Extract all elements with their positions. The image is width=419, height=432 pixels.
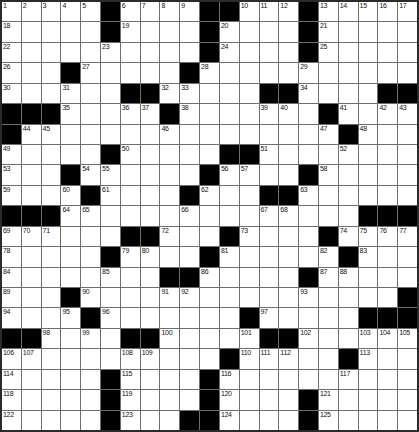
white-cell-r11c9[interactable] <box>160 206 179 225</box>
white-cell-r16c9[interactable] <box>160 308 179 327</box>
white-cell-r2c9[interactable] <box>160 22 179 41</box>
white-cell-r13c14[interactable] <box>260 247 279 266</box>
white-cell-r15c10[interactable]: 92 <box>180 288 199 307</box>
white-cell-r9c13[interactable]: 57 <box>240 165 259 184</box>
white-cell-r4c15[interactable] <box>279 63 298 82</box>
white-cell-r15c9[interactable]: 91 <box>160 288 179 307</box>
white-cell-r19c13[interactable] <box>240 370 259 389</box>
white-cell-r19c3[interactable] <box>42 370 61 389</box>
white-cell-r18c17[interactable] <box>319 349 338 368</box>
white-cell-r19c19[interactable] <box>359 370 378 389</box>
white-cell-r4c8[interactable] <box>141 63 160 82</box>
white-cell-r9c20[interactable] <box>378 165 397 184</box>
white-cell-r3c10[interactable] <box>180 43 199 62</box>
white-cell-r2c14[interactable] <box>260 22 279 41</box>
white-cell-r7c15[interactable] <box>279 125 298 144</box>
white-cell-r5c3[interactable] <box>42 84 61 103</box>
white-cell-r20c9[interactable] <box>160 390 179 409</box>
white-cell-r3c18[interactable] <box>339 43 358 62</box>
white-cell-r20c4[interactable] <box>61 390 80 409</box>
white-cell-r5c2[interactable] <box>22 84 41 103</box>
white-cell-r13c21[interactable] <box>398 247 417 266</box>
white-cell-r18c5[interactable] <box>81 349 100 368</box>
white-cell-r18c21[interactable] <box>398 349 417 368</box>
white-cell-r10c7[interactable] <box>121 186 140 205</box>
white-cell-r16c11[interactable] <box>200 308 219 327</box>
white-cell-r10c21[interactable] <box>398 186 417 205</box>
white-cell-r13c7[interactable]: 79 <box>121 247 140 266</box>
white-cell-r8c19[interactable] <box>359 145 378 164</box>
white-cell-r2c17[interactable]: 21 <box>319 22 338 41</box>
white-cell-r4c1[interactable]: 26 <box>2 63 21 82</box>
white-cell-r8c11[interactable] <box>200 145 219 164</box>
white-cell-r2c19[interactable] <box>359 22 378 41</box>
white-cell-r20c15[interactable] <box>279 390 298 409</box>
white-cell-r9c18[interactable] <box>339 165 358 184</box>
white-cell-r13c9[interactable] <box>160 247 179 266</box>
white-cell-r8c20[interactable] <box>378 145 397 164</box>
white-cell-r1c3[interactable]: 3 <box>42 2 61 21</box>
white-cell-r16c10[interactable] <box>180 308 199 327</box>
white-cell-r1c8[interactable]: 7 <box>141 2 160 21</box>
white-cell-r16c2[interactable] <box>22 308 41 327</box>
white-cell-r12c15[interactable] <box>279 227 298 246</box>
white-cell-r10c18[interactable] <box>339 186 358 205</box>
white-cell-r5c4[interactable]: 31 <box>61 84 80 103</box>
white-cell-r20c10[interactable] <box>180 390 199 409</box>
white-cell-r4c7[interactable] <box>121 63 140 82</box>
white-cell-r1c4[interactable]: 4 <box>61 2 80 21</box>
white-cell-r20c2[interactable] <box>22 390 41 409</box>
white-cell-r9c7[interactable] <box>121 165 140 184</box>
white-cell-r13c15[interactable] <box>279 247 298 266</box>
white-cell-r15c7[interactable] <box>121 288 140 307</box>
white-cell-r4c11[interactable]: 28 <box>200 63 219 82</box>
white-cell-r3c21[interactable] <box>398 43 417 62</box>
white-cell-r6c8[interactable]: 37 <box>141 104 160 123</box>
white-cell-r17c21[interactable]: 105 <box>398 329 417 348</box>
white-cell-r15c5[interactable]: 90 <box>81 288 100 307</box>
white-cell-r19c2[interactable] <box>22 370 41 389</box>
white-cell-r2c13[interactable] <box>240 22 259 41</box>
white-cell-r16c4[interactable]: 95 <box>61 308 80 327</box>
white-cell-r12c3[interactable]: 71 <box>42 227 61 246</box>
white-cell-r2c20[interactable] <box>378 22 397 41</box>
white-cell-r1c10[interactable]: 9 <box>180 2 199 21</box>
white-cell-r1c14[interactable]: 11 <box>260 2 279 21</box>
white-cell-r1c5[interactable]: 5 <box>81 2 100 21</box>
white-cell-r17c19[interactable]: 103 <box>359 329 378 348</box>
white-cell-r20c12[interactable]: 120 <box>220 390 239 409</box>
white-cell-r14c2[interactable] <box>22 268 41 287</box>
white-cell-r1c2[interactable]: 2 <box>22 2 41 21</box>
white-cell-r21c2[interactable] <box>22 411 41 430</box>
white-cell-r1c9[interactable]: 8 <box>160 2 179 21</box>
white-cell-r14c5[interactable] <box>81 268 100 287</box>
white-cell-r15c3[interactable] <box>42 288 61 307</box>
white-cell-r17c13[interactable]: 101 <box>240 329 259 348</box>
white-cell-r13c2[interactable] <box>22 247 41 266</box>
white-cell-r21c9[interactable] <box>160 411 179 430</box>
white-cell-r20c13[interactable] <box>240 390 259 409</box>
white-cell-r17c20[interactable]: 104 <box>378 329 397 348</box>
white-cell-r14c19[interactable] <box>359 268 378 287</box>
white-cell-r21c19[interactable] <box>359 411 378 430</box>
white-cell-r21c1[interactable]: 122 <box>2 411 21 430</box>
white-cell-r7c2[interactable]: 44 <box>22 125 41 144</box>
white-cell-r13c19[interactable]: 83 <box>359 247 378 266</box>
white-cell-r12c20[interactable]: 76 <box>378 227 397 246</box>
white-cell-r20c21[interactable] <box>398 390 417 409</box>
white-cell-r12c9[interactable]: 72 <box>160 227 179 246</box>
white-cell-r18c9[interactable] <box>160 349 179 368</box>
white-cell-r5c9[interactable]: 32 <box>160 84 179 103</box>
white-cell-r17c4[interactable] <box>61 329 80 348</box>
white-cell-r2c1[interactable]: 18 <box>2 22 21 41</box>
white-cell-r7c12[interactable] <box>220 125 239 144</box>
white-cell-r6c10[interactable]: 38 <box>180 104 199 123</box>
white-cell-r17c16[interactable]: 102 <box>299 329 318 348</box>
white-cell-r11c5[interactable]: 65 <box>81 206 100 225</box>
white-cell-r10c3[interactable] <box>42 186 61 205</box>
white-cell-r20c17[interactable]: 121 <box>319 390 338 409</box>
white-cell-r14c12[interactable] <box>220 268 239 287</box>
white-cell-r6c21[interactable]: 43 <box>398 104 417 123</box>
white-cell-r18c6[interactable] <box>101 349 120 368</box>
white-cell-r21c21[interactable] <box>398 411 417 430</box>
white-cell-r11c16[interactable] <box>299 206 318 225</box>
white-cell-r14c7[interactable] <box>121 268 140 287</box>
white-cell-r20c5[interactable] <box>81 390 100 409</box>
white-cell-r17c11[interactable] <box>200 329 219 348</box>
white-cell-r16c16[interactable] <box>299 308 318 327</box>
white-cell-r21c15[interactable] <box>279 411 298 430</box>
white-cell-r6c15[interactable]: 40 <box>279 104 298 123</box>
white-cell-r10c13[interactable] <box>240 186 259 205</box>
white-cell-r16c8[interactable] <box>141 308 160 327</box>
white-cell-r19c8[interactable] <box>141 370 160 389</box>
white-cell-r2c10[interactable] <box>180 22 199 41</box>
white-cell-r1c7[interactable]: 6 <box>121 2 140 21</box>
white-cell-r5c17[interactable] <box>319 84 338 103</box>
white-cell-r6c11[interactable] <box>200 104 219 123</box>
white-cell-r14c6[interactable]: 85 <box>101 268 120 287</box>
white-cell-r19c18[interactable]: 117 <box>339 370 358 389</box>
white-cell-r5c13[interactable] <box>240 84 259 103</box>
white-cell-r9c19[interactable] <box>359 165 378 184</box>
white-cell-r1c13[interactable]: 10 <box>240 2 259 21</box>
white-cell-r3c1[interactable]: 22 <box>2 43 21 62</box>
white-cell-r11c10[interactable]: 66 <box>180 206 199 225</box>
white-cell-r11c17[interactable] <box>319 206 338 225</box>
white-cell-r19c21[interactable] <box>398 370 417 389</box>
white-cell-r13c10[interactable] <box>180 247 199 266</box>
white-cell-r15c2[interactable] <box>22 288 41 307</box>
white-cell-r3c5[interactable] <box>81 43 100 62</box>
white-cell-r18c4[interactable] <box>61 349 80 368</box>
white-cell-r18c8[interactable]: 109 <box>141 349 160 368</box>
white-cell-r12c4[interactable] <box>61 227 80 246</box>
white-cell-r11c14[interactable]: 67 <box>260 206 279 225</box>
white-cell-r3c4[interactable] <box>61 43 80 62</box>
white-cell-r16c12[interactable] <box>220 308 239 327</box>
white-cell-r19c20[interactable] <box>378 370 397 389</box>
white-cell-r13c13[interactable] <box>240 247 259 266</box>
white-cell-r19c10[interactable] <box>180 370 199 389</box>
white-cell-r19c9[interactable] <box>160 370 179 389</box>
white-cell-r6c16[interactable] <box>299 104 318 123</box>
white-cell-r13c16[interactable] <box>299 247 318 266</box>
white-cell-r15c6[interactable] <box>101 288 120 307</box>
white-cell-r20c18[interactable] <box>339 390 358 409</box>
white-cell-r5c1[interactable]: 30 <box>2 84 21 103</box>
white-cell-r14c15[interactable] <box>279 268 298 287</box>
white-cell-r18c11[interactable] <box>200 349 219 368</box>
white-cell-r8c18[interactable]: 52 <box>339 145 358 164</box>
white-cell-r9c2[interactable] <box>22 165 41 184</box>
white-cell-r4c14[interactable] <box>260 63 279 82</box>
white-cell-r4c17[interactable] <box>319 63 338 82</box>
white-cell-r21c8[interactable] <box>141 411 160 430</box>
white-cell-r4c20[interactable] <box>378 63 397 82</box>
white-cell-r10c1[interactable]: 59 <box>2 186 21 205</box>
white-cell-r5c18[interactable] <box>339 84 358 103</box>
white-cell-r20c8[interactable] <box>141 390 160 409</box>
white-cell-r16c14[interactable]: 97 <box>260 308 279 327</box>
white-cell-r6c14[interactable]: 39 <box>260 104 279 123</box>
white-cell-r5c19[interactable] <box>359 84 378 103</box>
white-cell-r10c4[interactable]: 60 <box>61 186 80 205</box>
white-cell-r21c7[interactable]: 123 <box>121 411 140 430</box>
white-cell-r8c14[interactable]: 51 <box>260 145 279 164</box>
white-cell-r4c5[interactable]: 27 <box>81 63 100 82</box>
white-cell-r1c19[interactable]: 15 <box>359 2 378 21</box>
white-cell-r4c19[interactable] <box>359 63 378 82</box>
white-cell-r11c18[interactable] <box>339 206 358 225</box>
white-cell-r15c13[interactable] <box>240 288 259 307</box>
white-cell-r9c14[interactable] <box>260 165 279 184</box>
white-cell-r16c17[interactable] <box>319 308 338 327</box>
white-cell-r15c8[interactable] <box>141 288 160 307</box>
white-cell-r18c2[interactable]: 107 <box>22 349 41 368</box>
white-cell-r19c17[interactable] <box>319 370 338 389</box>
white-cell-r3c2[interactable] <box>22 43 41 62</box>
white-cell-r12c10[interactable] <box>180 227 199 246</box>
white-cell-r14c3[interactable] <box>42 268 61 287</box>
white-cell-r18c7[interactable]: 108 <box>121 349 140 368</box>
white-cell-r21c18[interactable] <box>339 411 358 430</box>
white-cell-r9c5[interactable]: 54 <box>81 165 100 184</box>
white-cell-r7c7[interactable] <box>121 125 140 144</box>
white-cell-r4c3[interactable] <box>42 63 61 82</box>
white-cell-r8c9[interactable] <box>160 145 179 164</box>
white-cell-r20c14[interactable] <box>260 390 279 409</box>
white-cell-r16c18[interactable] <box>339 308 358 327</box>
white-cell-r6c7[interactable]: 36 <box>121 104 140 123</box>
white-cell-r7c14[interactable] <box>260 125 279 144</box>
white-cell-r1c1[interactable]: 1 <box>2 2 21 21</box>
white-cell-r21c17[interactable]: 125 <box>319 411 338 430</box>
white-cell-r4c18[interactable] <box>339 63 358 82</box>
white-cell-r10c11[interactable]: 62 <box>200 186 219 205</box>
white-cell-r19c5[interactable] <box>81 370 100 389</box>
white-cell-r8c8[interactable] <box>141 145 160 164</box>
white-cell-r17c3[interactable]: 98 <box>42 329 61 348</box>
white-cell-r8c3[interactable] <box>42 145 61 164</box>
white-cell-r20c1[interactable]: 118 <box>2 390 21 409</box>
white-cell-r18c3[interactable] <box>42 349 61 368</box>
white-cell-r6c19[interactable] <box>359 104 378 123</box>
white-cell-r7c3[interactable]: 45 <box>42 125 61 144</box>
white-cell-r5c6[interactable] <box>101 84 120 103</box>
white-cell-r21c4[interactable] <box>61 411 80 430</box>
white-cell-r3c8[interactable] <box>141 43 160 62</box>
white-cell-r13c8[interactable]: 80 <box>141 247 160 266</box>
white-cell-r2c15[interactable] <box>279 22 298 41</box>
white-cell-r4c12[interactable] <box>220 63 239 82</box>
white-cell-r7c21[interactable] <box>398 125 417 144</box>
white-cell-r15c15[interactable] <box>279 288 298 307</box>
white-cell-r17c5[interactable]: 99 <box>81 329 100 348</box>
white-cell-r12c21[interactable]: 77 <box>398 227 417 246</box>
white-cell-r8c2[interactable] <box>22 145 41 164</box>
white-cell-r18c10[interactable] <box>180 349 199 368</box>
white-cell-r11c6[interactable] <box>101 206 120 225</box>
white-cell-r13c12[interactable]: 81 <box>220 247 239 266</box>
white-cell-r16c3[interactable] <box>42 308 61 327</box>
white-cell-r3c17[interactable]: 25 <box>319 43 338 62</box>
white-cell-r9c15[interactable] <box>279 165 298 184</box>
white-cell-r4c9[interactable] <box>160 63 179 82</box>
white-cell-r14c14[interactable] <box>260 268 279 287</box>
white-cell-r2c12[interactable]: 20 <box>220 22 239 41</box>
white-cell-r14c4[interactable] <box>61 268 80 287</box>
white-cell-r14c13[interactable] <box>240 268 259 287</box>
white-cell-r10c6[interactable]: 61 <box>101 186 120 205</box>
white-cell-r6c12[interactable] <box>220 104 239 123</box>
white-cell-r10c2[interactable] <box>22 186 41 205</box>
white-cell-r11c12[interactable] <box>220 206 239 225</box>
white-cell-r21c20[interactable] <box>378 411 397 430</box>
white-cell-r9c6[interactable]: 55 <box>101 165 120 184</box>
white-cell-r11c13[interactable] <box>240 206 259 225</box>
white-cell-r14c11[interactable]: 86 <box>200 268 219 287</box>
white-cell-r13c20[interactable] <box>378 247 397 266</box>
white-cell-r9c8[interactable] <box>141 165 160 184</box>
white-cell-r11c8[interactable] <box>141 206 160 225</box>
white-cell-r17c6[interactable] <box>101 329 120 348</box>
white-cell-r21c5[interactable] <box>81 411 100 430</box>
white-cell-r7c16[interactable] <box>299 125 318 144</box>
white-cell-r7c9[interactable]: 46 <box>160 125 179 144</box>
white-cell-r20c20[interactable] <box>378 390 397 409</box>
white-cell-r4c2[interactable] <box>22 63 41 82</box>
white-cell-r18c14[interactable]: 111 <box>260 349 279 368</box>
white-cell-r15c11[interactable] <box>200 288 219 307</box>
white-cell-r17c17[interactable] <box>319 329 338 348</box>
white-cell-r5c5[interactable] <box>81 84 100 103</box>
white-cell-r2c18[interactable] <box>339 22 358 41</box>
white-cell-r6c5[interactable] <box>81 104 100 123</box>
white-cell-r3c7[interactable] <box>121 43 140 62</box>
white-cell-r2c7[interactable]: 19 <box>121 22 140 41</box>
white-cell-r12c13[interactable]: 73 <box>240 227 259 246</box>
white-cell-r6c13[interactable] <box>240 104 259 123</box>
white-cell-r3c6[interactable]: 23 <box>101 43 120 62</box>
white-cell-r4c16[interactable]: 29 <box>299 63 318 82</box>
white-cell-r7c5[interactable] <box>81 125 100 144</box>
white-cell-r21c14[interactable] <box>260 411 279 430</box>
white-cell-r3c15[interactable] <box>279 43 298 62</box>
white-cell-r12c2[interactable]: 70 <box>22 227 41 246</box>
white-cell-r15c19[interactable] <box>359 288 378 307</box>
white-cell-r2c4[interactable] <box>61 22 80 41</box>
white-cell-r17c9[interactable]: 100 <box>160 329 179 348</box>
white-cell-r13c5[interactable] <box>81 247 100 266</box>
white-cell-r14c1[interactable]: 84 <box>2 268 21 287</box>
white-cell-r16c1[interactable]: 94 <box>2 308 21 327</box>
white-cell-r12c18[interactable]: 74 <box>339 227 358 246</box>
white-cell-r7c20[interactable] <box>378 125 397 144</box>
white-cell-r19c12[interactable]: 116 <box>220 370 239 389</box>
white-cell-r11c11[interactable] <box>200 206 219 225</box>
white-cell-r9c12[interactable]: 56 <box>220 165 239 184</box>
white-cell-r12c11[interactable] <box>200 227 219 246</box>
white-cell-r12c19[interactable]: 75 <box>359 227 378 246</box>
white-cell-r9c3[interactable] <box>42 165 61 184</box>
white-cell-r10c17[interactable] <box>319 186 338 205</box>
white-cell-r4c21[interactable] <box>398 63 417 82</box>
white-cell-r5c11[interactable] <box>200 84 219 103</box>
white-cell-r8c17[interactable] <box>319 145 338 164</box>
white-cell-r10c9[interactable] <box>160 186 179 205</box>
white-cell-r3c13[interactable] <box>240 43 259 62</box>
white-cell-r2c2[interactable] <box>22 22 41 41</box>
white-cell-r15c12[interactable] <box>220 288 239 307</box>
white-cell-r10c8[interactable] <box>141 186 160 205</box>
white-cell-r14c17[interactable]: 87 <box>319 268 338 287</box>
white-cell-r6c20[interactable]: 42 <box>378 104 397 123</box>
white-cell-r18c15[interactable]: 112 <box>279 349 298 368</box>
white-cell-r19c15[interactable] <box>279 370 298 389</box>
white-cell-r21c3[interactable] <box>42 411 61 430</box>
white-cell-r14c20[interactable] <box>378 268 397 287</box>
white-cell-r18c13[interactable]: 110 <box>240 349 259 368</box>
white-cell-r6c4[interactable]: 35 <box>61 104 80 123</box>
white-cell-r13c17[interactable]: 82 <box>319 247 338 266</box>
white-cell-r1c21[interactable]: 17 <box>398 2 417 21</box>
white-cell-r10c19[interactable] <box>359 186 378 205</box>
white-cell-r1c20[interactable]: 16 <box>378 2 397 21</box>
white-cell-r15c14[interactable] <box>260 288 279 307</box>
white-cell-r4c13[interactable] <box>240 63 259 82</box>
white-cell-r3c14[interactable] <box>260 43 279 62</box>
white-cell-r15c18[interactable] <box>339 288 358 307</box>
white-cell-r2c3[interactable] <box>42 22 61 41</box>
white-cell-r1c17[interactable]: 13 <box>319 2 338 21</box>
white-cell-r12c16[interactable] <box>299 227 318 246</box>
white-cell-r19c1[interactable]: 114 <box>2 370 21 389</box>
white-cell-r12c6[interactable] <box>101 227 120 246</box>
white-cell-r17c10[interactable] <box>180 329 199 348</box>
white-cell-r8c5[interactable] <box>81 145 100 164</box>
white-cell-r15c17[interactable] <box>319 288 338 307</box>
white-cell-r21c13[interactable] <box>240 411 259 430</box>
white-cell-r20c19[interactable] <box>359 390 378 409</box>
white-cell-r20c7[interactable]: 119 <box>121 390 140 409</box>
white-cell-r3c19[interactable] <box>359 43 378 62</box>
white-cell-r14c18[interactable]: 88 <box>339 268 358 287</box>
